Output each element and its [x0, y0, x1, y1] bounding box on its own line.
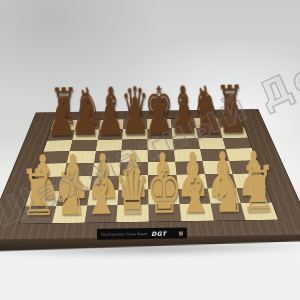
square-f8 [170, 118, 195, 128]
square-d2 [118, 189, 149, 205]
square-h5 [226, 148, 256, 160]
square-a5 [39, 151, 69, 163]
square-b7 [72, 129, 99, 140]
square-d5 [121, 150, 148, 162]
square-e2 [148, 189, 179, 205]
square-h8 [217, 118, 244, 128]
square-c3 [89, 175, 119, 190]
square-a8 [51, 120, 78, 130]
square-h2 [237, 187, 272, 203]
square-g5 [200, 149, 229, 161]
square-e1 [148, 204, 181, 221]
square-c2 [87, 190, 119, 206]
square-f7 [171, 128, 197, 139]
square-a4 [35, 163, 66, 177]
square-g6 [198, 138, 226, 149]
square-h6 [223, 137, 252, 148]
square-d4 [120, 162, 148, 175]
square-g8 [194, 118, 220, 128]
square-d3 [119, 175, 148, 190]
square-b3 [60, 176, 92, 191]
square-a2 [25, 191, 60, 207]
square-c1 [84, 205, 118, 222]
square-g1 [210, 203, 246, 220]
square-c5 [94, 150, 122, 162]
square-a7 [47, 130, 75, 141]
square-h7 [220, 127, 248, 138]
square-h1 [241, 203, 278, 220]
square-b2 [56, 190, 89, 206]
square-f2 [178, 188, 210, 204]
square-h3 [233, 173, 266, 188]
dgt-logo: DGT [151, 230, 166, 236]
square-g3 [204, 174, 236, 189]
square-g2 [207, 188, 241, 204]
square-e8 [147, 119, 171, 129]
dgt-label: The Electronic Chess Board DGT [97, 227, 187, 239]
square-g7 [196, 127, 223, 138]
square-b5 [67, 151, 96, 163]
square-b6 [69, 140, 97, 152]
square-b1 [52, 206, 87, 223]
square-h4 [229, 160, 261, 173]
square-c8 [99, 119, 124, 129]
square-a1 [20, 206, 56, 224]
square-f6 [173, 138, 200, 149]
square-e3 [148, 175, 178, 190]
square-f4 [175, 161, 205, 174]
chess-board [0, 109, 300, 240]
square-a3 [30, 176, 63, 191]
square-b8 [75, 120, 101, 130]
square-c6 [96, 139, 123, 151]
square-e6 [147, 139, 173, 150]
square-f3 [176, 174, 207, 189]
board-stage: The Electronic Chess Board DGT ♜♞♝♛♚♝♞♜♟… [0, 0, 300, 300]
square-e7 [147, 128, 172, 139]
label-mark-icon [179, 231, 183, 235]
photo-canvas: The Electronic Chess Board DGT ♜♞♝♛♚♝♞♜♟… [0, 0, 300, 300]
square-d8 [123, 119, 147, 129]
square-d6 [122, 139, 148, 151]
square-c4 [92, 162, 121, 175]
square-e4 [148, 162, 176, 175]
square-f1 [179, 204, 213, 221]
square-f5 [174, 149, 202, 161]
dgt-caption: The Electronic Chess Board [101, 232, 147, 237]
square-g4 [202, 161, 233, 174]
square-c7 [97, 129, 123, 140]
square-b4 [63, 163, 93, 176]
square-a6 [43, 140, 72, 152]
square-d1 [116, 205, 148, 222]
square-e5 [148, 150, 175, 162]
square-d7 [122, 129, 147, 140]
board-grid [20, 118, 278, 224]
